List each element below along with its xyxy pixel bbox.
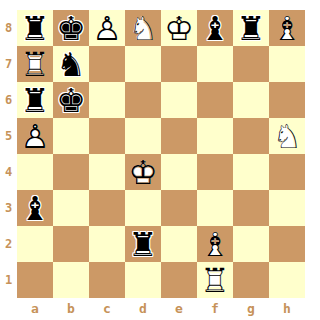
square-g4[interactable] xyxy=(233,154,269,190)
chess-board: ♜♚♟♙♞♘♚♔♝♜♝♗♜♖♞♜♚♟♙♞♘♚♔♝♜♝♗♜♖ xyxy=(17,10,305,298)
square-g3[interactable] xyxy=(233,190,269,226)
square-f6[interactable] xyxy=(197,82,233,118)
rank-label-3: 3 xyxy=(0,190,17,226)
rank-label-5: 5 xyxy=(0,118,17,154)
white-bishop-icon[interactable]: ♝♗ xyxy=(269,10,305,46)
square-g1[interactable] xyxy=(233,262,269,298)
white-rook-icon[interactable]: ♜♖ xyxy=(17,46,53,82)
chess-diagram: 87654321 ♜♚♟♙♞♘♚♔♝♜♝♗♜♖♞♜♚♟♙♞♘♚♔♝♜♝♗♜♖ a… xyxy=(0,0,320,320)
square-d5[interactable] xyxy=(125,118,161,154)
square-b8[interactable]: ♚ xyxy=(53,10,89,46)
square-h7[interactable] xyxy=(269,46,305,82)
white-piece-outline: ♗ xyxy=(269,10,305,46)
square-c2[interactable] xyxy=(89,226,125,262)
square-b7[interactable]: ♞ xyxy=(53,46,89,82)
square-h8[interactable]: ♝♗ xyxy=(269,10,305,46)
white-piece-outline: ♘ xyxy=(125,10,161,46)
black-king-icon[interactable]: ♚ xyxy=(53,10,89,46)
square-a6[interactable]: ♜ xyxy=(17,82,53,118)
square-h4[interactable] xyxy=(269,154,305,190)
rank-label-2: 2 xyxy=(0,226,17,262)
white-piece-outline: ♔ xyxy=(161,10,197,46)
black-piece-fill: ♝ xyxy=(197,10,233,46)
file-label-f: f xyxy=(197,296,233,320)
white-piece-outline: ♗ xyxy=(197,226,233,262)
square-h3[interactable] xyxy=(269,190,305,226)
square-a2[interactable] xyxy=(17,226,53,262)
white-piece-outline: ♙ xyxy=(89,10,125,46)
square-b2[interactable] xyxy=(53,226,89,262)
square-c6[interactable] xyxy=(89,82,125,118)
square-d2[interactable]: ♜ xyxy=(125,226,161,262)
square-b6[interactable]: ♚ xyxy=(53,82,89,118)
square-c8[interactable]: ♟♙ xyxy=(89,10,125,46)
file-label-b: b xyxy=(53,296,89,320)
square-d6[interactable] xyxy=(125,82,161,118)
square-c7[interactable] xyxy=(89,46,125,82)
square-e3[interactable] xyxy=(161,190,197,226)
square-e7[interactable] xyxy=(161,46,197,82)
square-f3[interactable] xyxy=(197,190,233,226)
square-h2[interactable] xyxy=(269,226,305,262)
square-e1[interactable] xyxy=(161,262,197,298)
rank-labels: 87654321 xyxy=(0,10,17,298)
square-h5[interactable]: ♞♘ xyxy=(269,118,305,154)
black-bishop-icon[interactable]: ♝ xyxy=(197,10,233,46)
file-label-c: c xyxy=(89,296,125,320)
square-c4[interactable] xyxy=(89,154,125,190)
black-knight-icon[interactable]: ♞ xyxy=(53,46,89,82)
square-d8[interactable]: ♞♘ xyxy=(125,10,161,46)
white-piece-outline: ♔ xyxy=(125,154,161,190)
white-rook-icon[interactable]: ♜♖ xyxy=(197,262,233,298)
black-rook-icon[interactable]: ♜ xyxy=(17,82,53,118)
square-b4[interactable] xyxy=(53,154,89,190)
black-piece-fill: ♞ xyxy=(53,46,89,82)
square-e8[interactable]: ♚♔ xyxy=(161,10,197,46)
square-e4[interactable] xyxy=(161,154,197,190)
rank-label-1: 1 xyxy=(0,262,17,298)
square-g2[interactable] xyxy=(233,226,269,262)
white-king-icon[interactable]: ♚♔ xyxy=(125,154,161,190)
black-piece-fill: ♚ xyxy=(53,10,89,46)
square-a8[interactable]: ♜ xyxy=(17,10,53,46)
white-pawn-icon[interactable]: ♟♙ xyxy=(89,10,125,46)
square-f4[interactable] xyxy=(197,154,233,190)
white-king-icon[interactable]: ♚♔ xyxy=(161,10,197,46)
file-labels: abcdefgh xyxy=(17,296,305,320)
black-rook-icon[interactable]: ♜ xyxy=(233,10,269,46)
white-knight-icon[interactable]: ♞♘ xyxy=(125,10,161,46)
square-f7[interactable] xyxy=(197,46,233,82)
square-b1[interactable] xyxy=(53,262,89,298)
black-king-icon[interactable]: ♚ xyxy=(53,82,89,118)
square-d3[interactable] xyxy=(125,190,161,226)
white-piece-outline: ♙ xyxy=(17,118,53,154)
rank-label-6: 6 xyxy=(0,82,17,118)
black-piece-fill: ♜ xyxy=(233,10,269,46)
square-d4[interactable]: ♚♔ xyxy=(125,154,161,190)
square-h1[interactable] xyxy=(269,262,305,298)
square-b5[interactable] xyxy=(53,118,89,154)
white-piece-outline: ♖ xyxy=(197,262,233,298)
square-f2[interactable]: ♝♗ xyxy=(197,226,233,262)
square-g5[interactable] xyxy=(233,118,269,154)
file-label-g: g xyxy=(233,296,269,320)
square-f5[interactable] xyxy=(197,118,233,154)
square-c3[interactable] xyxy=(89,190,125,226)
black-rook-icon[interactable]: ♜ xyxy=(17,10,53,46)
square-h6[interactable] xyxy=(269,82,305,118)
black-piece-fill: ♜ xyxy=(17,10,53,46)
white-knight-icon[interactable]: ♞♘ xyxy=(269,118,305,154)
square-a3[interactable]: ♝ xyxy=(17,190,53,226)
rank-label-4: 4 xyxy=(0,154,17,190)
black-piece-fill: ♚ xyxy=(53,82,89,118)
black-piece-fill: ♝ xyxy=(17,190,53,226)
white-bishop-icon[interactable]: ♝♗ xyxy=(197,226,233,262)
black-bishop-icon[interactable]: ♝ xyxy=(17,190,53,226)
square-a4[interactable] xyxy=(17,154,53,190)
white-pawn-icon[interactable]: ♟♙ xyxy=(17,118,53,154)
square-g7[interactable] xyxy=(233,46,269,82)
square-f1[interactable]: ♜♖ xyxy=(197,262,233,298)
square-c5[interactable] xyxy=(89,118,125,154)
square-e6[interactable] xyxy=(161,82,197,118)
square-e2[interactable] xyxy=(161,226,197,262)
square-b3[interactable] xyxy=(53,190,89,226)
square-g6[interactable] xyxy=(233,82,269,118)
file-label-e: e xyxy=(161,296,197,320)
white-piece-outline: ♘ xyxy=(269,118,305,154)
black-piece-fill: ♜ xyxy=(17,82,53,118)
file-label-a: a xyxy=(17,296,53,320)
square-g8[interactable]: ♜ xyxy=(233,10,269,46)
white-piece-outline: ♖ xyxy=(17,46,53,82)
square-d1[interactable] xyxy=(125,262,161,298)
square-c1[interactable] xyxy=(89,262,125,298)
square-a5[interactable]: ♟♙ xyxy=(17,118,53,154)
rank-label-7: 7 xyxy=(0,46,17,82)
black-piece-fill: ♜ xyxy=(125,226,161,262)
square-a7[interactable]: ♜♖ xyxy=(17,46,53,82)
black-rook-icon[interactable]: ♜ xyxy=(125,226,161,262)
square-e5[interactable] xyxy=(161,118,197,154)
square-a1[interactable] xyxy=(17,262,53,298)
rank-label-8: 8 xyxy=(0,10,17,46)
file-label-d: d xyxy=(125,296,161,320)
square-d7[interactable] xyxy=(125,46,161,82)
file-label-h: h xyxy=(269,296,305,320)
square-f8[interactable]: ♝ xyxy=(197,10,233,46)
